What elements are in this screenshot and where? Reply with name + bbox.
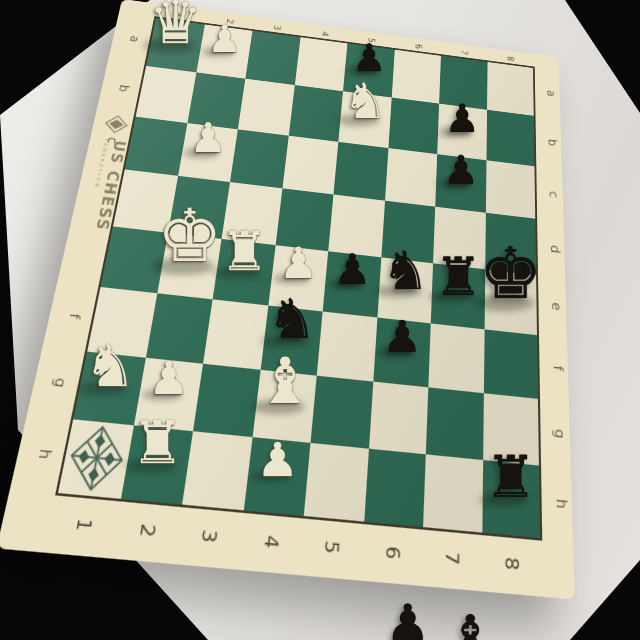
top-rank-label-4: 4 xyxy=(317,27,333,41)
right-file-label-e: e xyxy=(548,298,564,316)
square-h3[interactable] xyxy=(182,432,252,511)
piece-black-king-e8[interactable]: ♚ xyxy=(479,238,543,309)
square-f7[interactable] xyxy=(428,323,484,392)
right-file-label-c: c xyxy=(546,186,561,202)
bottom-rank-label-5: 5 xyxy=(321,536,341,559)
square-b6[interactable] xyxy=(388,97,439,153)
bottom-rank-label-8: 8 xyxy=(502,552,520,574)
square-c6[interactable] xyxy=(385,148,438,207)
top-rank-label-7: 7 xyxy=(457,45,471,59)
top-rank-label-3: 3 xyxy=(269,20,285,34)
square-b3[interactable] xyxy=(238,78,295,135)
piece-white-pawn-h4[interactable]: ♟ xyxy=(256,436,298,483)
bottom-rank-label-2: 2 xyxy=(135,519,158,542)
captured-piece-black-bishop[interactable]: ♝ xyxy=(445,608,495,640)
piece-black-pawn-c7[interactable]: ♟ xyxy=(443,150,479,190)
piece-black-pawn-e5[interactable]: ♟ xyxy=(333,249,371,291)
square-g5[interactable] xyxy=(310,375,372,449)
piece-white-bishop-g4[interactable]: ♝ xyxy=(256,349,313,413)
piece-white-king-e2[interactable]: ♚ xyxy=(157,199,222,272)
square-h7[interactable] xyxy=(423,455,483,533)
square-b1[interactable] xyxy=(136,66,196,123)
piece-black-rook-h8[interactable]: ♜ xyxy=(485,448,537,506)
bottom-rank-label-4: 4 xyxy=(260,530,281,553)
square-c5[interactable] xyxy=(333,141,388,200)
piece-black-knight-f4[interactable]: ♞ xyxy=(267,292,316,347)
piece-white-pawn-e4[interactable]: ♟ xyxy=(279,242,318,285)
piece-white-knight-b5[interactable]: ♞ xyxy=(343,77,387,126)
piece-white-rook-h2[interactable]: ♜ xyxy=(131,413,184,472)
square-a6[interactable] xyxy=(391,50,441,104)
captured-piece-black-pawn[interactable]: ♟ xyxy=(386,598,431,640)
square-g6[interactable] xyxy=(368,381,428,455)
square-a3[interactable] xyxy=(245,31,300,85)
piece-white-pawn-a2[interactable]: ♟ xyxy=(208,20,242,58)
square-a4[interactable] xyxy=(294,37,347,91)
left-file-label-f: f xyxy=(64,307,85,326)
square-f8[interactable] xyxy=(483,329,538,398)
square-h6[interactable] xyxy=(364,449,426,527)
piece-white-pawn-c2[interactable]: ♟ xyxy=(190,118,227,159)
right-file-label-f: f xyxy=(549,359,566,378)
piece-black-pawn-a5[interactable]: ♟ xyxy=(352,39,386,77)
square-c4[interactable] xyxy=(282,135,338,195)
square-g7[interactable] xyxy=(426,387,484,460)
left-file-label-b: b xyxy=(114,81,132,97)
right-file-label-g: g xyxy=(551,424,568,444)
piece-black-knight-e6[interactable]: ♞ xyxy=(382,244,430,297)
square-h5[interactable] xyxy=(304,443,369,521)
square-b4[interactable] xyxy=(288,85,343,142)
square-a8[interactable] xyxy=(487,62,534,116)
piece-white-knight-g1[interactable]: ♞ xyxy=(84,337,136,395)
right-file-label-a: a xyxy=(544,86,558,101)
right-file-label-h: h xyxy=(552,493,570,514)
right-file-label-d: d xyxy=(547,240,563,257)
bottom-rank-label-3: 3 xyxy=(198,525,220,548)
bottom-rank-label-7: 7 xyxy=(442,547,461,570)
square-c3[interactable] xyxy=(230,129,288,189)
left-file-label-a: a xyxy=(125,32,143,47)
piece-black-pawn-b7[interactable]: ♟ xyxy=(445,99,480,138)
left-file-label-c: c xyxy=(103,132,122,149)
square-b8[interactable] xyxy=(486,110,534,166)
piece-white-queen-a1[interactable]: ♛ xyxy=(149,0,203,52)
square-f5[interactable] xyxy=(317,311,377,381)
left-file-label-g: g xyxy=(49,372,71,393)
piece-black-pawn-f6[interactable]: ♟ xyxy=(383,315,422,359)
piece-white-pawn-g2[interactable]: ♟ xyxy=(148,355,189,401)
piece-white-rook-e3[interactable]: ♜ xyxy=(220,225,268,279)
photo-background: US CHESS FEDERATION 1234567812345678abcf… xyxy=(0,0,640,640)
top-rank-label-8: 8 xyxy=(503,52,517,66)
bottom-rank-label-6: 6 xyxy=(382,541,401,564)
piece-black-rook-e7[interactable]: ♜ xyxy=(434,250,482,303)
square-c8[interactable] xyxy=(485,160,535,219)
screenshot-root: { "game": "chess", "scene": { "descripti… xyxy=(0,0,640,640)
top-rank-label-6: 6 xyxy=(411,39,426,53)
right-file-label-b: b xyxy=(545,135,560,151)
square-g3[interactable] xyxy=(193,363,260,437)
